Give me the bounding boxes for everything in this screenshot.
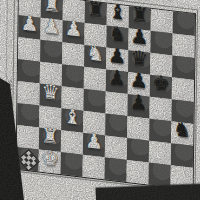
board-square xyxy=(127,116,149,141)
board-square xyxy=(172,33,194,58)
board-square xyxy=(18,37,40,62)
chess-piece-white-pawn: ♟ xyxy=(18,11,40,36)
chess-piece-white-queen: ♛ xyxy=(40,80,62,105)
chess-piece-black-pawn: ♟ xyxy=(106,65,128,90)
board-square xyxy=(17,125,39,150)
chess-piece-white-king: ♚ xyxy=(39,146,61,171)
board-square xyxy=(40,40,62,65)
board-square xyxy=(171,143,193,168)
chess-board: ♜♟♟♟♞♛♝♜♟♚♜♝♜♞♟♟♛♟♟♚♟♞ xyxy=(16,0,196,191)
board-square xyxy=(18,59,40,84)
board-square xyxy=(61,152,83,177)
board-square xyxy=(62,64,84,89)
chess-piece-white-knight: ♞ xyxy=(84,41,106,66)
board-square xyxy=(149,97,171,122)
board-square xyxy=(172,77,194,102)
board-square xyxy=(151,9,173,34)
board-square xyxy=(105,91,127,116)
board-square xyxy=(172,55,194,80)
board-square xyxy=(83,89,105,114)
chess-piece-white-pawn: ♟ xyxy=(40,14,62,39)
board-square xyxy=(149,163,171,188)
chess-piece-white-bishop: ♝ xyxy=(61,104,83,129)
board-square xyxy=(17,81,39,106)
board-square xyxy=(127,138,149,163)
board-mat: CHESS ♜♟♟♟♞♛♝♜♟♚♜♝♜♞♟♟♛♟♟♚♟♞ ♟♞ xyxy=(5,0,200,200)
board-square xyxy=(150,31,172,56)
board-square xyxy=(84,67,106,92)
board-square xyxy=(83,155,105,180)
board-square xyxy=(105,135,127,160)
board-square xyxy=(62,42,84,67)
board-square xyxy=(173,11,195,36)
board-square xyxy=(105,157,127,182)
chess-piece-black-pawn: ♟ xyxy=(127,90,149,115)
board-square xyxy=(149,119,171,144)
board-square xyxy=(127,160,149,185)
chessboard-photo: CHESS ♜♟♟♟♞♛♝♜♟♚♜♝♜♞♟♟♛♟♟♚♟♞ ♟♞ xyxy=(0,0,200,200)
chess-piece-white-pawn: ♟ xyxy=(62,16,84,41)
board-square xyxy=(61,130,83,155)
chess-piece-black-rook: ♜ xyxy=(85,0,107,22)
chess-piece-black-king: ♚ xyxy=(150,71,172,96)
board-square xyxy=(105,113,127,138)
board-square xyxy=(17,103,39,128)
chess-piece-white-pawn: ♟ xyxy=(83,129,105,154)
board-square xyxy=(149,141,171,166)
chess-piece-black-knight: ♞ xyxy=(171,117,193,142)
